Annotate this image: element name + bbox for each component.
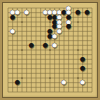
intersection[interactable]: ● (52, 34, 57, 39)
intersection[interactable]: ● (52, 43, 57, 48)
intersection[interactable]: ● (80, 80, 85, 85)
black-stone: ● (42, 42, 48, 48)
black-stone: ● (10, 14, 16, 20)
intersection[interactable]: ● (66, 24, 71, 29)
black-stone: ● (80, 65, 86, 71)
white-stone: ● (61, 79, 67, 85)
black-stone: ● (15, 79, 21, 85)
black-stone: ● (84, 9, 90, 15)
intersection[interactable] (89, 89, 94, 94)
black-stone: ● (28, 42, 34, 48)
white-stone: ● (24, 9, 30, 15)
white-stone: ● (80, 79, 86, 85)
intersection[interactable]: ● (80, 57, 85, 62)
white-stone: ● (52, 42, 58, 48)
intersection[interactable]: ● (29, 43, 34, 48)
intersection[interactable]: ● (76, 10, 81, 15)
intersection[interactable]: ● (15, 80, 20, 85)
intersection[interactable]: ● (24, 10, 29, 15)
white-stone: ● (10, 28, 16, 34)
intersection[interactable]: ● (43, 43, 48, 48)
go-diagram: ●●●●●●●●●●●●●●●●●●●●●●●●●●●●●●●●●●●● (0, 0, 100, 100)
go-board[interactable]: ●●●●●●●●●●●●●●●●●●●●●●●●●●●●●●●●●●●● (6, 6, 94, 94)
black-stone: ● (75, 9, 81, 15)
intersection[interactable]: ● (85, 10, 90, 15)
intersection[interactable]: ● (80, 66, 85, 71)
intersection[interactable]: ● (62, 80, 67, 85)
black-stone: ● (80, 56, 86, 62)
white-stone: ● (52, 33, 58, 39)
intersection[interactable]: ● (10, 15, 15, 20)
black-stone: ● (66, 23, 72, 29)
intersection[interactable]: ● (10, 29, 15, 34)
